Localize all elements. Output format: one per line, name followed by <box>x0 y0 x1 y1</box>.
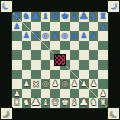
square[interactable] <box>98 31 108 41</box>
square[interactable] <box>60 41 70 51</box>
white-rook-piece[interactable]: ♜ <box>12 98 22 108</box>
square[interactable] <box>41 50 51 60</box>
white-wizard-piece[interactable]: ☾ <box>107 107 120 120</box>
black-pawn-piece[interactable]: ♟ <box>79 31 89 41</box>
white-rook-piece[interactable]: ♜ <box>98 98 108 108</box>
square[interactable] <box>70 70 80 80</box>
square[interactable] <box>98 70 108 80</box>
black-pawn-piece[interactable]: ♟ <box>12 22 22 32</box>
square[interactable] <box>50 22 60 32</box>
square[interactable] <box>12 60 22 70</box>
square[interactable] <box>60 70 70 80</box>
white-wizard-piece[interactable]: ☾ <box>0 107 13 120</box>
white-champion-piece[interactable]: ♟ <box>30 98 43 108</box>
square[interactable] <box>70 50 80 60</box>
square[interactable] <box>50 70 60 80</box>
square[interactable] <box>31 22 41 32</box>
square[interactable] <box>12 41 22 51</box>
game-window: ♜♞♟♝♛♚♝♟♞♜♟♟♟♟◎♟◎×♟♟♟×◎♟◎♟♟♟♟♟♜♞♟♝♛♚♝♟♞♜… <box>0 0 120 120</box>
square[interactable] <box>12 79 22 89</box>
black-pawn-piece[interactable]: ♟ <box>89 31 99 41</box>
square[interactable] <box>89 70 99 80</box>
white-queen-piece[interactable]: ♛ <box>50 98 60 108</box>
square[interactable] <box>31 60 41 70</box>
black-pawn-piece[interactable]: ♟ <box>31 31 41 41</box>
square[interactable] <box>22 50 32 60</box>
square[interactable] <box>12 50 22 60</box>
white-champion-piece[interactable]: ♟ <box>77 98 90 108</box>
square[interactable] <box>98 79 108 89</box>
wizard-square-bottom-left[interactable]: ☾ <box>1 108 12 119</box>
square[interactable] <box>50 41 60 51</box>
black-templar-piece[interactable]: ◎ <box>60 31 70 41</box>
white-pawn-piece[interactable]: ♟ <box>50 79 60 89</box>
square[interactable] <box>12 31 22 41</box>
black-fool-piece[interactable]: × <box>70 31 80 41</box>
white-king-piece[interactable]: ♚ <box>60 98 70 108</box>
black-champion-piece[interactable]: ♟ <box>77 12 90 22</box>
square[interactable] <box>41 60 51 70</box>
white-pawn-piece[interactable]: ♟ <box>89 79 99 89</box>
white-fool-piece[interactable]: × <box>31 79 41 89</box>
chess-board: ♜♞♟♝♛♚♝♟♞♜♟♟♟♟◎♟◎×♟♟♟×◎♟◎♟♟♟♟♟♜♞♟♝♛♚♝♟♞♜ <box>12 12 108 108</box>
black-queen-piece[interactable]: ♛ <box>50 12 60 22</box>
square[interactable] <box>98 41 108 51</box>
square[interactable] <box>12 70 22 80</box>
white-templar-piece[interactable]: ◎ <box>60 79 70 89</box>
square[interactable] <box>70 41 80 51</box>
square[interactable] <box>60 22 70 32</box>
wormhole-center-marker <box>55 55 65 65</box>
square[interactable] <box>79 50 89 60</box>
wizard-square-top-left[interactable]: ☾ <box>1 1 12 12</box>
black-wizard-piece[interactable]: ☾ <box>0 0 13 13</box>
square[interactable] <box>98 60 108 70</box>
square[interactable] <box>22 41 32 51</box>
white-pawn-piece[interactable]: ♟ <box>22 79 32 89</box>
square[interactable] <box>79 22 89 32</box>
black-king-piece[interactable]: ♚ <box>60 12 70 22</box>
square[interactable] <box>79 41 89 51</box>
square[interactable] <box>31 50 41 60</box>
square[interactable] <box>41 41 51 51</box>
square[interactable] <box>89 60 99 70</box>
white-templar-piece[interactable]: ◎ <box>41 79 51 89</box>
square[interactable] <box>89 50 99 60</box>
black-templar-piece[interactable]: ◎ <box>41 31 51 41</box>
white-pawn-piece[interactable]: ♟ <box>79 79 89 89</box>
square[interactable] <box>98 50 108 60</box>
black-rook-piece[interactable]: ♜ <box>98 12 108 22</box>
square[interactable] <box>31 41 41 51</box>
square[interactable] <box>22 22 32 32</box>
wizard-square-top-right[interactable]: ☾ <box>108 1 119 12</box>
black-wizard-piece[interactable]: ☾ <box>107 0 120 13</box>
wizard-square-bottom-right[interactable]: ☾ <box>108 108 119 119</box>
square[interactable] <box>79 60 89 70</box>
square[interactable] <box>22 70 32 80</box>
black-rook-piece[interactable]: ♜ <box>12 12 22 22</box>
black-pawn-piece[interactable]: ♟ <box>98 22 108 32</box>
square[interactable] <box>22 60 32 70</box>
square[interactable] <box>41 22 51 32</box>
black-pawn-piece[interactable]: ♟ <box>22 31 32 41</box>
square[interactable] <box>70 60 80 70</box>
square[interactable] <box>79 70 89 80</box>
square[interactable] <box>89 22 99 32</box>
white-pawn-piece[interactable]: ♟ <box>70 79 80 89</box>
square[interactable] <box>89 41 99 51</box>
black-pawn-piece[interactable]: ♟ <box>50 31 60 41</box>
black-champion-piece[interactable]: ♟ <box>30 12 43 22</box>
square[interactable] <box>41 70 51 80</box>
